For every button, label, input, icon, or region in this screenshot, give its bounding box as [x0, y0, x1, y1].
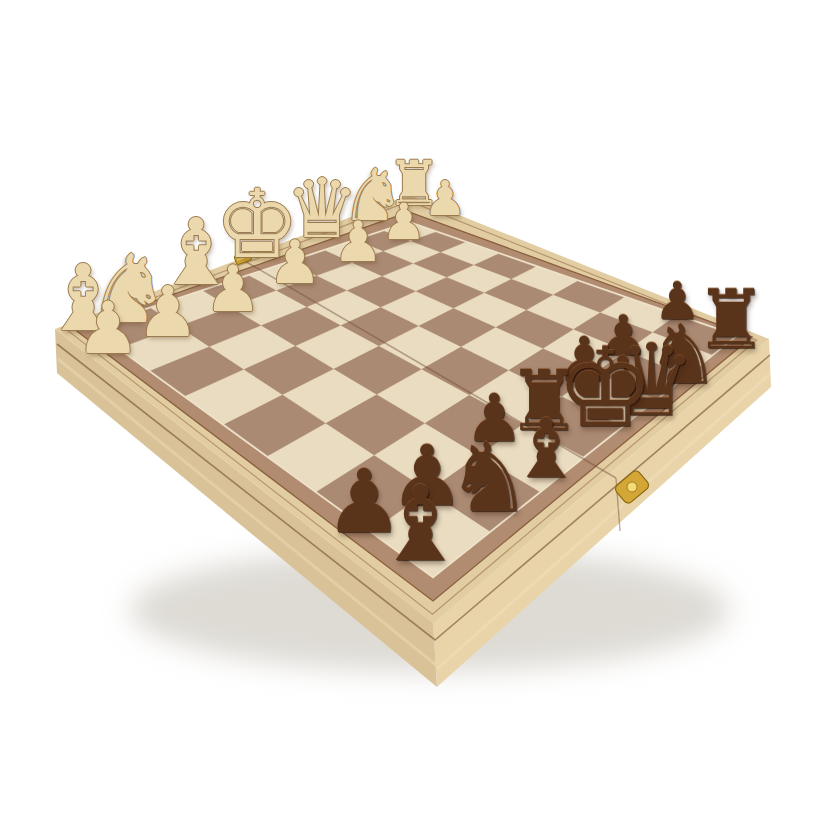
product-photo-chess-set: ♜♞♟♛♟♚♟♝♟♟♞♝♟♟♜♟♟♞♟♛♚♜♟♝♟♞♟♝	[0, 0, 821, 821]
chess-board	[0, 0, 821, 821]
